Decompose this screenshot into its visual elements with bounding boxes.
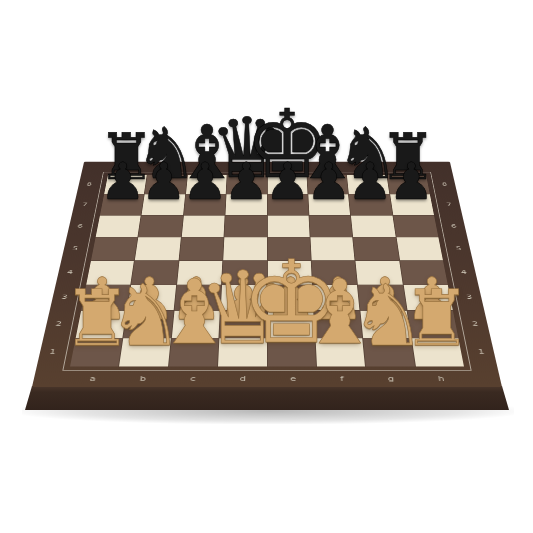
file-label-f: f bbox=[340, 376, 344, 382]
square-h4 bbox=[400, 261, 448, 285]
square-f5 bbox=[310, 237, 354, 260]
square-b8 bbox=[145, 175, 187, 194]
square-d7 bbox=[226, 195, 267, 215]
square-e1 bbox=[267, 338, 315, 366]
square-f3 bbox=[313, 285, 360, 310]
square-h7 bbox=[390, 195, 434, 215]
square-g6 bbox=[351, 215, 395, 237]
square-a3 bbox=[81, 285, 130, 310]
square-a4 bbox=[86, 261, 134, 285]
square-b6 bbox=[139, 215, 183, 237]
square-e6 bbox=[267, 215, 309, 237]
rank-label-2: 2 bbox=[55, 321, 62, 326]
square-e5 bbox=[267, 237, 310, 260]
file-label-a: a bbox=[89, 376, 96, 382]
square-d3 bbox=[221, 285, 267, 310]
square-c5 bbox=[179, 237, 223, 260]
file-label-c: c bbox=[190, 376, 196, 382]
square-f1 bbox=[315, 338, 365, 366]
square-c4 bbox=[177, 261, 223, 285]
square-g4 bbox=[356, 261, 403, 285]
file-label-d: d bbox=[240, 376, 246, 382]
square-c3 bbox=[174, 285, 221, 310]
square-f6 bbox=[309, 215, 352, 237]
square-c7 bbox=[184, 195, 226, 215]
square-c8 bbox=[186, 175, 227, 194]
scene: abcdefgh abcdefgh 12345678 12345678 ♜♞♝♛… bbox=[0, 0, 533, 533]
square-a1 bbox=[70, 338, 123, 366]
square-c2 bbox=[172, 311, 220, 338]
square-f8 bbox=[307, 175, 348, 194]
square-h6 bbox=[393, 215, 438, 237]
square-a8 bbox=[104, 175, 147, 194]
square-g8 bbox=[347, 175, 389, 194]
rank-label-8: 8 bbox=[442, 183, 448, 187]
square-e8 bbox=[267, 175, 307, 194]
square-a2 bbox=[76, 311, 127, 338]
rank-label-1: 1 bbox=[49, 349, 56, 355]
squares-grid bbox=[70, 175, 464, 367]
chessboard: abcdefgh abcdefgh 12345678 12345678 bbox=[32, 162, 502, 387]
square-f7 bbox=[308, 195, 350, 215]
file-label-f: f bbox=[325, 165, 328, 169]
square-e4 bbox=[267, 261, 311, 285]
file-label-c: c bbox=[206, 165, 211, 169]
square-d2 bbox=[220, 311, 267, 338]
square-g5 bbox=[353, 237, 398, 260]
rank-label-3: 3 bbox=[61, 295, 68, 300]
file-label-a: a bbox=[127, 165, 132, 169]
square-c6 bbox=[182, 215, 225, 237]
square-h3 bbox=[403, 285, 452, 310]
square-d1 bbox=[218, 338, 266, 366]
square-f2 bbox=[314, 311, 362, 338]
square-g2 bbox=[361, 311, 411, 338]
file-labels-top: abcdefgh bbox=[109, 164, 425, 170]
square-d8 bbox=[227, 175, 267, 194]
rank-label-4: 4 bbox=[67, 270, 74, 275]
square-a6 bbox=[96, 215, 141, 237]
rank-label-5: 5 bbox=[72, 246, 79, 251]
file-label-h: h bbox=[438, 376, 445, 382]
square-f4 bbox=[312, 261, 358, 285]
square-b7 bbox=[142, 195, 185, 215]
square-b3 bbox=[128, 285, 176, 310]
file-label-g: g bbox=[387, 376, 394, 382]
file-labels-bottom: abcdefgh bbox=[67, 374, 468, 384]
rank-label-2: 2 bbox=[472, 321, 479, 326]
square-b1 bbox=[119, 338, 170, 366]
square-a5 bbox=[91, 237, 138, 260]
square-a7 bbox=[100, 195, 144, 215]
file-label-e: e bbox=[285, 165, 290, 169]
file-label-e: e bbox=[290, 376, 296, 382]
square-h5 bbox=[396, 237, 443, 260]
square-d6 bbox=[224, 215, 266, 237]
rank-label-5: 5 bbox=[456, 246, 463, 251]
square-e2 bbox=[267, 311, 314, 338]
file-label-b: b bbox=[139, 376, 146, 382]
rank-label-6: 6 bbox=[451, 224, 457, 228]
file-label-g: g bbox=[362, 165, 367, 169]
square-c1 bbox=[169, 338, 219, 366]
square-d4 bbox=[222, 261, 266, 285]
square-d5 bbox=[223, 237, 266, 260]
square-h2 bbox=[407, 311, 458, 338]
square-b5 bbox=[135, 237, 180, 260]
square-g3 bbox=[358, 285, 406, 310]
square-e3 bbox=[267, 285, 313, 310]
square-g1 bbox=[363, 338, 414, 366]
square-h1 bbox=[411, 338, 464, 366]
file-label-d: d bbox=[245, 165, 250, 169]
square-b2 bbox=[124, 311, 174, 338]
square-e7 bbox=[267, 195, 308, 215]
file-label-b: b bbox=[166, 165, 171, 169]
rank-label-6: 6 bbox=[77, 224, 83, 228]
rank-label-8: 8 bbox=[86, 183, 92, 187]
square-h8 bbox=[387, 175, 430, 194]
square-b4 bbox=[132, 261, 179, 285]
rank-label-4: 4 bbox=[461, 270, 468, 275]
rank-label-7: 7 bbox=[82, 203, 88, 207]
file-label-h: h bbox=[402, 165, 408, 169]
rank-label-7: 7 bbox=[446, 203, 452, 207]
rank-label-1: 1 bbox=[478, 349, 485, 355]
rank-label-3: 3 bbox=[466, 295, 473, 300]
square-g7 bbox=[349, 195, 392, 215]
